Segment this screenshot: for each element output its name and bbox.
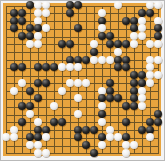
white-stone[interactable] [114,1,122,9]
white-stone[interactable] [146,1,154,9]
white-stone[interactable] [74,110,82,118]
white-stone[interactable] [42,133,50,141]
black-stone[interactable] [34,63,42,71]
white-stone[interactable] [58,87,66,95]
black-stone[interactable] [82,126,90,134]
white-stone[interactable] [66,63,74,71]
grid-line-horizontal [6,122,159,123]
black-stone[interactable] [138,126,146,134]
white-stone[interactable] [10,133,18,141]
black-stone[interactable] [154,118,162,126]
grid-line-vertical [6,6,7,155]
black-stone[interactable] [98,32,106,40]
black-stone[interactable] [18,102,26,110]
white-stone[interactable] [34,141,42,149]
black-stone[interactable] [50,63,58,71]
black-stone[interactable] [130,102,138,110]
black-stone[interactable] [90,48,98,56]
black-stone[interactable] [42,126,50,134]
white-stone[interactable] [146,133,154,141]
white-stone[interactable] [130,32,138,40]
black-stone[interactable] [42,63,50,71]
white-stone[interactable] [154,56,162,64]
white-stone[interactable] [98,118,106,126]
black-stone[interactable] [66,1,74,9]
white-stone[interactable] [154,40,162,48]
black-stone[interactable] [26,32,34,40]
grid-line-horizontal [6,13,159,14]
grid-line-vertical [62,6,63,155]
black-stone[interactable] [146,126,154,134]
black-stone[interactable] [10,63,18,71]
white-stone[interactable] [26,40,34,48]
white-stone[interactable] [122,141,130,149]
black-stone[interactable] [18,63,26,71]
black-stone[interactable] [34,126,42,134]
white-stone[interactable] [42,9,50,17]
black-stone[interactable] [34,79,42,87]
grid-line-vertical [54,6,55,155]
white-stone[interactable] [26,110,34,118]
white-stone[interactable] [42,24,50,32]
white-stone[interactable] [114,133,122,141]
white-stone[interactable] [34,40,42,48]
white-stone[interactable] [98,9,106,17]
black-stone[interactable] [18,32,26,40]
white-stone[interactable] [26,141,34,149]
grid-line-vertical [118,6,119,155]
black-stone[interactable] [130,79,138,87]
white-stone[interactable] [154,17,162,25]
white-stone[interactable] [2,133,10,141]
black-stone[interactable] [74,24,82,32]
white-stone[interactable] [82,79,90,87]
black-stone[interactable] [122,102,130,110]
white-stone[interactable] [34,149,42,157]
black-stone[interactable] [90,149,98,157]
black-stone[interactable] [98,110,106,118]
black-stone[interactable] [130,17,138,25]
black-stone[interactable] [138,79,146,87]
white-stone[interactable] [34,9,42,17]
white-stone[interactable] [106,56,114,64]
black-stone[interactable] [130,94,138,102]
black-stone[interactable] [114,63,122,71]
white-stone[interactable] [34,17,42,25]
black-stone[interactable] [114,40,122,48]
white-stone[interactable] [138,17,146,25]
black-stone[interactable] [66,9,74,17]
black-stone[interactable] [34,94,42,102]
black-stone[interactable] [90,126,98,134]
black-stone[interactable] [106,40,114,48]
black-stone[interactable] [154,110,162,118]
white-stone[interactable] [98,141,106,149]
black-stone[interactable] [98,17,106,25]
black-stone[interactable] [58,40,66,48]
white-stone[interactable] [146,71,154,79]
white-stone[interactable] [10,126,18,134]
black-stone[interactable] [106,94,114,102]
black-stone[interactable] [10,17,18,25]
black-stone[interactable] [122,63,130,71]
white-stone[interactable] [90,40,98,48]
black-stone[interactable] [130,71,138,79]
black-stone[interactable] [10,24,18,32]
white-stone[interactable] [122,149,130,157]
white-stone[interactable] [90,56,98,64]
black-stone[interactable] [106,32,114,40]
white-stone[interactable] [146,79,154,87]
black-stone[interactable] [122,40,130,48]
white-stone[interactable] [154,1,162,9]
white-stone[interactable] [130,40,138,48]
white-stone[interactable] [154,71,162,79]
white-stone[interactable] [42,1,50,9]
black-stone[interactable] [98,94,106,102]
black-stone[interactable] [106,79,114,87]
black-stone[interactable] [18,118,26,126]
black-stone[interactable] [26,1,34,9]
grid-line-vertical [126,6,127,155]
white-stone[interactable] [138,94,146,102]
white-stone[interactable] [114,48,122,56]
white-stone[interactable] [34,1,42,9]
black-stone[interactable] [74,133,82,141]
white-stone[interactable] [18,79,26,87]
black-stone[interactable] [146,118,154,126]
black-stone[interactable] [122,118,130,126]
grid-line-horizontal [6,153,159,154]
white-stone[interactable] [74,79,82,87]
white-stone[interactable] [106,133,114,141]
white-stone[interactable] [74,63,82,71]
white-stone[interactable] [138,32,146,40]
white-stone[interactable] [50,102,58,110]
black-stone[interactable] [74,126,82,134]
black-stone[interactable] [74,1,82,9]
black-stone[interactable] [146,9,154,17]
white-stone[interactable] [138,102,146,110]
white-stone[interactable] [146,40,154,48]
black-stone[interactable] [82,56,90,64]
black-stone[interactable] [122,17,130,25]
black-stone[interactable] [50,118,58,126]
black-stone[interactable] [138,71,146,79]
white-stone[interactable] [106,126,114,134]
black-stone[interactable] [66,40,74,48]
go-board-screenshot [0,0,165,161]
white-stone[interactable] [34,118,42,126]
goban[interactable] [3,3,161,156]
black-stone[interactable] [42,79,50,87]
black-stone[interactable] [58,118,66,126]
white-stone[interactable] [66,79,74,87]
white-stone[interactable] [146,63,154,71]
black-stone[interactable] [18,17,26,25]
black-stone[interactable] [154,32,162,40]
black-stone[interactable] [26,87,34,95]
white-stone[interactable] [10,87,18,95]
black-stone[interactable] [18,9,26,17]
white-stone[interactable] [130,141,138,149]
black-stone[interactable] [114,94,122,102]
white-stone[interactable] [58,63,66,71]
black-stone[interactable] [10,9,18,17]
black-stone[interactable] [82,141,90,149]
white-stone[interactable] [98,56,106,64]
grid-line-horizontal [6,52,159,53]
grid-line-horizontal [6,68,159,69]
white-stone[interactable] [74,94,82,102]
black-stone[interactable] [138,9,146,17]
white-stone[interactable] [34,32,42,40]
white-stone[interactable] [42,149,50,157]
